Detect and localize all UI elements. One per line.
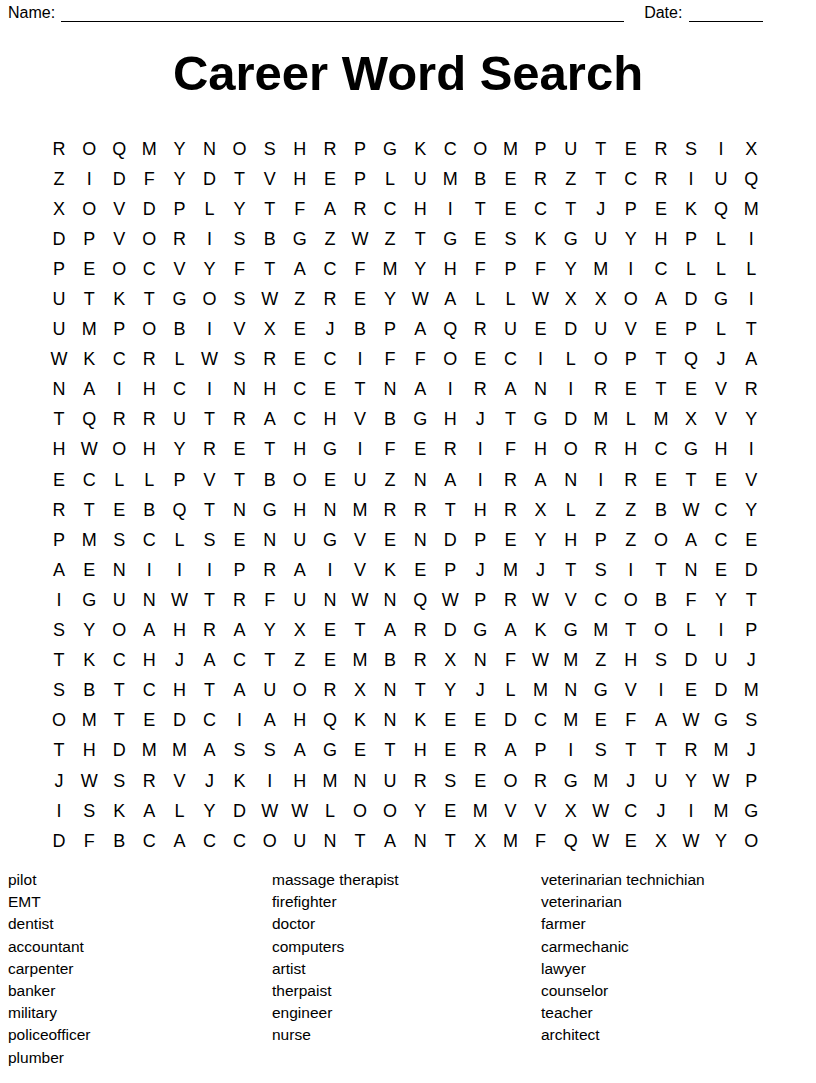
grid-cell: M: [74, 706, 104, 736]
grid-cell: M: [706, 736, 736, 766]
grid-cell: O: [646, 616, 676, 646]
grid-cell: M: [736, 194, 766, 224]
grid-cell: X: [44, 194, 74, 224]
grid-cell: U: [556, 134, 586, 164]
grid-cell: V: [194, 465, 224, 495]
grid-cell: M: [345, 646, 375, 676]
grid-cell: D: [104, 736, 134, 766]
grid-cell: H: [285, 134, 315, 164]
grid-cell: U: [405, 164, 435, 194]
grid-cell: J: [646, 796, 676, 826]
grid-cell: K: [405, 706, 435, 736]
grid-cell: D: [194, 164, 224, 194]
grid-cell: C: [706, 525, 736, 555]
grid-cell: A: [375, 826, 405, 856]
grid-cell: P: [616, 345, 646, 375]
grid-cell: U: [586, 224, 616, 254]
grid-cell: J: [616, 766, 646, 796]
grid-cell: K: [526, 224, 556, 254]
grid-cell: Q: [405, 585, 435, 615]
grid-cell: A: [134, 616, 164, 646]
grid-cell: S: [194, 525, 224, 555]
grid-cell: E: [706, 465, 736, 495]
grid-cell: H: [435, 405, 465, 435]
grid-cell: A: [255, 706, 285, 736]
grid-cell: T: [616, 736, 646, 766]
grid-cell: Q: [74, 405, 104, 435]
grid-cell: E: [375, 525, 405, 555]
grid-cell: T: [465, 194, 495, 224]
grid-cell: Y: [164, 164, 194, 194]
grid-cell: E: [616, 375, 646, 405]
grid-cell: V: [616, 315, 646, 345]
grid-cell: R: [526, 164, 556, 194]
grid-cell: Z: [44, 164, 74, 194]
grid-cell: I: [736, 435, 766, 465]
grid-cell: T: [194, 676, 224, 706]
grid-cell: L: [556, 495, 586, 525]
grid-cell: I: [225, 706, 255, 736]
grid-cell: R: [194, 616, 224, 646]
grid-cell: X: [526, 495, 556, 525]
grid-cell: A: [315, 194, 345, 224]
grid-cell: T: [405, 224, 435, 254]
grid-cell: U: [706, 164, 736, 194]
grid-cell: B: [375, 646, 405, 676]
grid-cell: U: [104, 585, 134, 615]
grid-cell: T: [345, 375, 375, 405]
grid-cell: H: [616, 646, 646, 676]
grid-cell: S: [225, 224, 255, 254]
grid-cell: N: [44, 375, 74, 405]
grid-cell: V: [345, 525, 375, 555]
grid-cell: L: [164, 345, 194, 375]
grid-cell: L: [676, 254, 706, 284]
grid-cell: A: [676, 525, 706, 555]
grid-cell: B: [255, 224, 285, 254]
grid-cell: S: [44, 616, 74, 646]
grid-cell: N: [255, 525, 285, 555]
grid-cell: G: [706, 706, 736, 736]
grid-cell: G: [706, 284, 736, 314]
grid-cell: Q: [104, 134, 134, 164]
grid-cell: M: [465, 796, 495, 826]
grid-cell: Q: [676, 345, 706, 375]
grid-cell: A: [405, 375, 435, 405]
grid-cell: H: [164, 676, 194, 706]
grid-cell: Y: [225, 194, 255, 224]
grid-cell: D: [44, 224, 74, 254]
grid-cell: W: [405, 284, 435, 314]
grid-cell: K: [526, 616, 556, 646]
grid-cell: A: [164, 826, 194, 856]
grid-cell: O: [104, 616, 134, 646]
grid-cell: F: [375, 435, 405, 465]
grid-cell: L: [194, 194, 224, 224]
grid-cell: P: [225, 555, 255, 585]
grid-cell: B: [134, 495, 164, 525]
grid-cell: W: [255, 796, 285, 826]
grid-cell: U: [164, 405, 194, 435]
grid-cell: I: [164, 555, 194, 585]
grid-cell: F: [495, 646, 525, 676]
grid-cell: M: [646, 405, 676, 435]
grid-cell: B: [104, 826, 134, 856]
grid-cell: O: [74, 134, 104, 164]
grid-cell: M: [586, 405, 616, 435]
grid-cell: Z: [285, 284, 315, 314]
grid-cell: T: [586, 134, 616, 164]
grid-cell: Y: [74, 616, 104, 646]
grid-cell: I: [706, 134, 736, 164]
grid-cell: I: [526, 345, 556, 375]
grid-cell: E: [736, 525, 766, 555]
grid-cell: Z: [616, 495, 646, 525]
grid-cell: Y: [676, 766, 706, 796]
grid-cell: X: [556, 284, 586, 314]
grid-cell: C: [616, 164, 646, 194]
grid-cell: Y: [526, 525, 556, 555]
word-list-column-2: massage therapistfirefighterdoctorcomput…: [272, 869, 399, 1047]
grid-cell: Y: [164, 134, 194, 164]
grid-cell: V: [164, 766, 194, 796]
word-item: military: [8, 1002, 90, 1024]
grid-cell: N: [104, 555, 134, 585]
grid-cell: E: [315, 646, 345, 676]
grid-cell: A: [495, 375, 525, 405]
grid-cell: F: [495, 435, 525, 465]
grid-cell: D: [435, 616, 465, 646]
grid-cell: E: [646, 465, 676, 495]
grid-cell: I: [194, 375, 224, 405]
grid-cell: B: [74, 676, 104, 706]
grid-cell: V: [164, 254, 194, 284]
grid-cell: S: [495, 224, 525, 254]
grid-cell: F: [375, 345, 405, 375]
grid-cell: A: [526, 465, 556, 495]
grid-cell: H: [285, 766, 315, 796]
grid-cell: H: [435, 254, 465, 284]
grid-cell: B: [345, 315, 375, 345]
grid-cell: T: [104, 676, 134, 706]
name-label: Name:: [8, 4, 55, 22]
grid-cell: X: [465, 826, 495, 856]
grid-cell: H: [285, 495, 315, 525]
grid-cell: T: [194, 585, 224, 615]
grid-cell: L: [736, 254, 766, 284]
grid-cell: S: [586, 736, 616, 766]
grid-cell: E: [285, 315, 315, 345]
grid-cell: Z: [375, 224, 405, 254]
grid-cell: V: [104, 194, 134, 224]
grid-cell: H: [134, 435, 164, 465]
grid-cell: D: [495, 706, 525, 736]
word-item: computers: [272, 936, 399, 958]
grid-cell: M: [435, 164, 465, 194]
grid-cell: A: [225, 676, 255, 706]
grid-cell: C: [375, 194, 405, 224]
grid-cell: L: [104, 465, 134, 495]
grid-cell: T: [736, 585, 766, 615]
grid-cell: T: [255, 435, 285, 465]
grid-cell: E: [225, 435, 255, 465]
grid-cell: O: [495, 766, 525, 796]
word-item: farmer: [541, 913, 705, 935]
grid-cell: P: [526, 736, 556, 766]
grid-cell: R: [405, 766, 435, 796]
grid-cell: X: [255, 315, 285, 345]
grid-cell: G: [435, 224, 465, 254]
grid-cell: R: [194, 435, 224, 465]
grid-cell: E: [465, 706, 495, 736]
grid-cell: O: [104, 435, 134, 465]
grid-cell: Q: [164, 495, 194, 525]
grid-cell: T: [255, 254, 285, 284]
grid-cell: T: [646, 555, 676, 585]
grid-cell: R: [315, 284, 345, 314]
grid-cell: O: [345, 796, 375, 826]
grid-cell: M: [495, 555, 525, 585]
grid-cell: U: [255, 676, 285, 706]
grid-cell: N: [225, 495, 255, 525]
grid-cell: H: [134, 375, 164, 405]
name-date-row: Name: Date:: [8, 4, 773, 22]
grid-cell: E: [646, 194, 676, 224]
grid-cell: P: [74, 224, 104, 254]
grid-cell: N: [405, 525, 435, 555]
grid-cell: L: [375, 164, 405, 194]
grid-cell: V: [706, 405, 736, 435]
grid-cell: L: [706, 224, 736, 254]
grid-cell: C: [194, 706, 224, 736]
grid-cell: G: [315, 736, 345, 766]
grid-cell: Z: [375, 465, 405, 495]
grid-cell: A: [435, 284, 465, 314]
grid-cell: E: [676, 676, 706, 706]
page-title: Career Word Search: [0, 44, 816, 102]
grid-cell: E: [676, 375, 706, 405]
word-item: carpenter: [8, 958, 90, 980]
grid-cell: Z: [285, 646, 315, 676]
grid-cell: J: [44, 766, 74, 796]
grid-cell: I: [465, 435, 495, 465]
grid-cell: E: [435, 706, 465, 736]
grid-cell: E: [465, 224, 495, 254]
grid-cell: E: [345, 284, 375, 314]
grid-cell: S: [44, 676, 74, 706]
grid-cell: V: [345, 405, 375, 435]
grid-cell: J: [465, 555, 495, 585]
grid-cell: I: [255, 766, 285, 796]
grid-cell: F: [134, 164, 164, 194]
grid-cell: E: [465, 345, 495, 375]
grid-cell: C: [526, 194, 556, 224]
word-item: plumber: [8, 1047, 90, 1069]
word-item: architect: [541, 1024, 705, 1046]
grid-cell: M: [586, 616, 616, 646]
grid-cell: D: [104, 164, 134, 194]
grid-cell: O: [375, 796, 405, 826]
grid-cell: Z: [315, 224, 345, 254]
grid-cell: R: [646, 134, 676, 164]
grid-cell: G: [164, 284, 194, 314]
grid-cell: Y: [194, 254, 224, 284]
grid-cell: R: [44, 134, 74, 164]
grid-cell: V: [526, 796, 556, 826]
grid-cell: B: [646, 495, 676, 525]
grid-cell: Z: [616, 525, 646, 555]
grid-cell: R: [405, 495, 435, 525]
grid-cell: R: [225, 405, 255, 435]
grid-cell: R: [255, 345, 285, 375]
grid-cell: R: [736, 375, 766, 405]
grid-cell: A: [646, 284, 676, 314]
grid-cell: K: [74, 345, 104, 375]
grid-cell: E: [345, 736, 375, 766]
grid-cell: P: [164, 465, 194, 495]
grid-cell: K: [225, 766, 255, 796]
grid-cell: O: [736, 826, 766, 856]
grid-cell: K: [74, 646, 104, 676]
grid-cell: I: [706, 616, 736, 646]
grid-cell: C: [134, 254, 164, 284]
grid-cell: D: [556, 315, 586, 345]
grid-cell: A: [225, 616, 255, 646]
grid-cell: V: [616, 676, 646, 706]
grid-cell: P: [676, 224, 706, 254]
grid-cell: U: [706, 646, 736, 676]
grid-cell: J: [164, 646, 194, 676]
word-item: artist: [272, 958, 399, 980]
grid-cell: I: [646, 676, 676, 706]
grid-cell: M: [375, 254, 405, 284]
grid-cell: M: [345, 495, 375, 525]
grid-cell: W: [435, 585, 465, 615]
grid-cell: M: [586, 766, 616, 796]
grid-cell: D: [706, 676, 736, 706]
grid-cell: G: [736, 796, 766, 826]
grid-cell: L: [495, 676, 525, 706]
grid-cell: L: [706, 315, 736, 345]
grid-cell: P: [345, 134, 375, 164]
grid-cell: I: [586, 465, 616, 495]
grid-cell: M: [164, 736, 194, 766]
grid-cell: J: [465, 405, 495, 435]
grid-cell: F: [255, 585, 285, 615]
grid-cell: T: [375, 736, 405, 766]
grid-cell: E: [44, 465, 74, 495]
grid-cell: A: [285, 555, 315, 585]
grid-cell: E: [74, 254, 104, 284]
grid-cell: I: [616, 555, 646, 585]
word-item: massage therapist: [272, 869, 399, 891]
grid-cell: D: [736, 555, 766, 585]
grid-cell: U: [345, 465, 375, 495]
grid-cell: I: [104, 375, 134, 405]
grid-cell: S: [255, 134, 285, 164]
grid-cell: T: [736, 315, 766, 345]
grid-cell: N: [315, 826, 345, 856]
grid-cell: I: [44, 585, 74, 615]
grid-cell: I: [465, 465, 495, 495]
grid-cell: I: [315, 555, 345, 585]
grid-cell: C: [616, 796, 646, 826]
grid-cell: R: [255, 555, 285, 585]
grid-cell: Y: [405, 796, 435, 826]
grid-cell: I: [556, 375, 586, 405]
grid-cell: M: [586, 254, 616, 284]
grid-cell: H: [285, 706, 315, 736]
grid-cell: P: [104, 315, 134, 345]
grid-cell: W: [586, 796, 616, 826]
grid-cell: W: [676, 826, 706, 856]
grid-cell: T: [405, 676, 435, 706]
grid-cell: C: [285, 405, 315, 435]
grid-cell: G: [315, 435, 345, 465]
grid-cell: R: [134, 766, 164, 796]
grid-cell: B: [465, 164, 495, 194]
grid-cell: D: [134, 194, 164, 224]
grid-cell: X: [285, 616, 315, 646]
grid-cell: P: [736, 766, 766, 796]
grid-cell: C: [315, 254, 345, 284]
grid-cell: C: [646, 435, 676, 465]
grid-cell: T: [255, 194, 285, 224]
grid-cell: G: [405, 405, 435, 435]
grid-cell: R: [616, 465, 646, 495]
grid-cell: R: [104, 405, 134, 435]
grid-cell: Y: [556, 254, 586, 284]
word-item: lawyer: [541, 958, 705, 980]
grid-cell: T: [134, 284, 164, 314]
grid-cell: X: [586, 284, 616, 314]
grid-cell: E: [405, 435, 435, 465]
grid-cell: N: [315, 495, 345, 525]
grid-cell: K: [345, 706, 375, 736]
grid-cell: R: [164, 224, 194, 254]
grid-cell: W: [526, 646, 556, 676]
word-item: counselor: [541, 980, 705, 1002]
grid-cell: C: [225, 826, 255, 856]
grid-cell: P: [44, 254, 74, 284]
grid-cell: T: [556, 194, 586, 224]
grid-cell: Y: [194, 796, 224, 826]
grid-cell: P: [465, 525, 495, 555]
grid-cell: G: [315, 525, 345, 555]
grid-cell: Z: [556, 164, 586, 194]
grid-cell: X: [435, 646, 465, 676]
grid-cell: E: [526, 315, 556, 345]
grid-cell: H: [526, 435, 556, 465]
grid-cell: O: [616, 585, 646, 615]
grid-cell: J: [706, 345, 736, 375]
word-item: dentist: [8, 913, 90, 935]
grid-cell: W: [74, 435, 104, 465]
grid-cell: F: [74, 826, 104, 856]
word-list-column-3: veterinarian technichianveterinarianfarm…: [541, 869, 705, 1047]
grid-cell: S: [225, 736, 255, 766]
grid-cell: S: [74, 796, 104, 826]
grid-cell: U: [375, 766, 405, 796]
grid-cell: K: [405, 134, 435, 164]
grid-cell: T: [74, 284, 104, 314]
grid-cell: H: [134, 646, 164, 676]
grid-cell: P: [736, 616, 766, 646]
grid-cell: B: [375, 405, 405, 435]
grid-cell: Q: [315, 706, 345, 736]
grid-cell: E: [495, 194, 525, 224]
word-item: nurse: [272, 1024, 399, 1046]
